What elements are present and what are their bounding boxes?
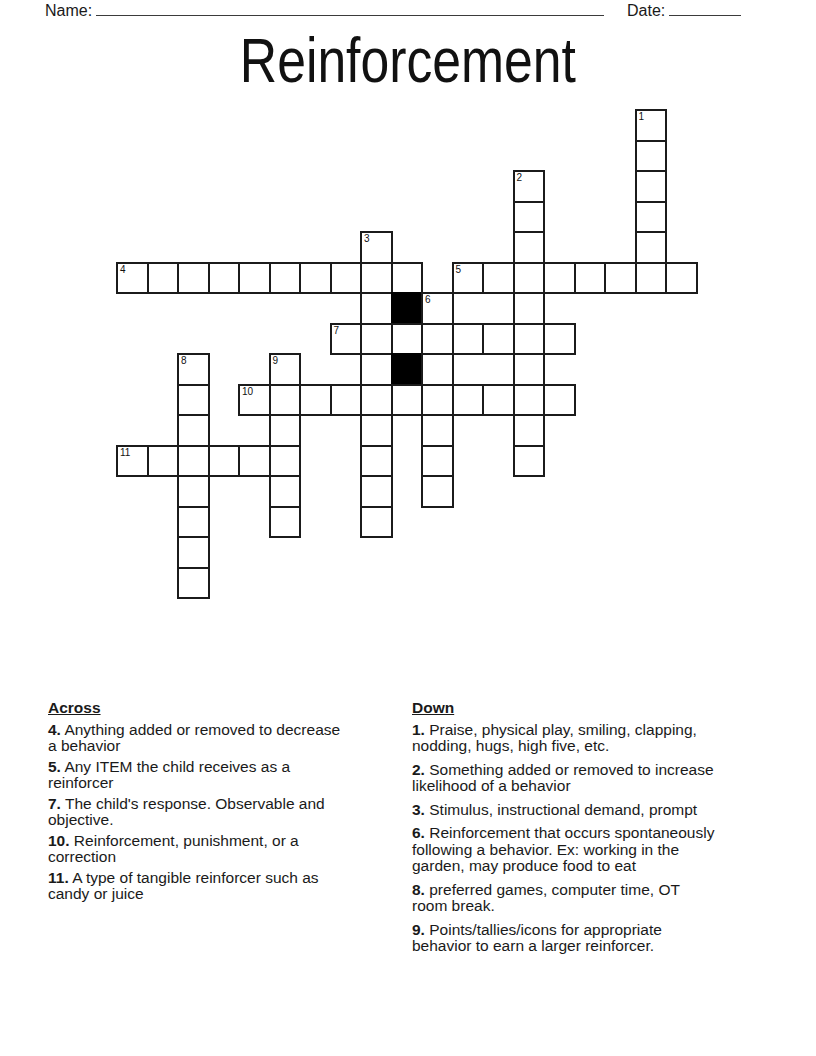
grid-cell[interactable]	[360, 292, 393, 325]
clue-down-2: 2. Something added or removed to increas…	[412, 762, 718, 795]
grid-cell[interactable]	[269, 262, 302, 295]
grid-cell[interactable]	[391, 262, 424, 295]
clue-number-8: 8	[181, 355, 187, 366]
clue-number-2: 2	[517, 172, 523, 183]
grid-cell[interactable]	[269, 475, 302, 508]
crossword-grid: 1234567891011	[117, 110, 698, 599]
grid-cell[interactable]	[513, 292, 546, 325]
clue-number-label: 9.	[412, 921, 425, 938]
clue-number-10: 10	[242, 386, 253, 397]
clue-number-label: 2.	[412, 761, 425, 778]
date-blank-line	[669, 1, 741, 16]
grid-cell[interactable]	[330, 384, 363, 417]
across-heading: Across	[48, 700, 348, 717]
grid-cell[interactable]	[543, 262, 576, 295]
clue-number-11: 11	[120, 447, 130, 458]
puzzle-title: Reinforcement	[240, 24, 576, 96]
grid-cell[interactable]	[360, 506, 393, 539]
date-field: Date:	[627, 1, 741, 20]
grid-cell[interactable]	[543, 384, 576, 417]
grid-cell[interactable]	[665, 262, 698, 295]
grid-cell[interactable]	[299, 262, 332, 295]
clue-number-label: 1.	[412, 721, 425, 738]
grid-cell[interactable]	[391, 384, 424, 417]
name-blank-line	[96, 1, 604, 16]
name-label: Name:	[45, 2, 92, 19]
grid-cell[interactable]	[360, 475, 393, 508]
grid-cell[interactable]	[543, 323, 576, 356]
clue-number-label: 8.	[412, 881, 425, 898]
clue-across-4: 4. Anything added or removed to decrease…	[48, 722, 348, 755]
clue-across-7: 7. The child's response. Observable and …	[48, 796, 348, 829]
down-heading: Down	[412, 700, 718, 717]
clue-number-label: 11.	[48, 869, 69, 886]
grid-cell[interactable]	[513, 445, 546, 478]
grid-cell[interactable]	[513, 323, 546, 356]
clue-number-label: 3.	[412, 801, 425, 818]
grid-cell[interactable]	[635, 201, 668, 234]
down-clues-section: Down 1. Praise, physical play, smiling, …	[412, 700, 718, 962]
grid-cell[interactable]	[513, 201, 546, 234]
grid-cell[interactable]	[635, 140, 668, 173]
grid-cell[interactable]	[421, 445, 454, 478]
grid-cell[interactable]	[360, 353, 393, 386]
grid-cell[interactable]	[269, 384, 302, 417]
black-cell	[391, 292, 424, 325]
name-field: Name:	[45, 1, 604, 20]
grid-cell[interactable]	[635, 170, 668, 203]
clue-down-6: 6. Reinforcement that occurs spontaneous…	[412, 825, 718, 875]
grid-cell[interactable]	[421, 323, 454, 356]
clue-number-7: 7	[334, 325, 340, 336]
grid-cell[interactable]	[238, 445, 271, 478]
grid-cell[interactable]	[513, 262, 546, 295]
grid-cell[interactable]	[360, 262, 393, 295]
grid-cell[interactable]	[482, 323, 515, 356]
worksheet-page: Name: Date: Reinforcement 1234567891011 …	[0, 0, 816, 1056]
grid-cell[interactable]	[208, 262, 241, 295]
clue-number-4: 4	[120, 264, 126, 275]
grid-cell[interactable]	[177, 262, 210, 295]
grid-cell[interactable]	[238, 262, 271, 295]
grid-cell[interactable]	[604, 262, 637, 295]
grid-cell[interactable]	[360, 323, 393, 356]
clue-number-label: 10.	[48, 832, 70, 849]
grid-cell[interactable]	[177, 536, 210, 569]
clue-number-label: 6.	[412, 824, 425, 841]
grid-cell[interactable]	[177, 475, 210, 508]
clue-number-label: 7.	[48, 795, 61, 812]
grid-cell[interactable]	[177, 567, 210, 600]
date-label: Date:	[627, 2, 665, 19]
clue-number-5: 5	[456, 264, 462, 275]
grid-cell[interactable]	[421, 475, 454, 508]
grid-cell[interactable]	[330, 262, 363, 295]
grid-cell[interactable]	[147, 445, 180, 478]
down-clue-list: 1. Praise, physical play, smiling, clapp…	[412, 722, 718, 955]
clue-number-1: 1	[639, 111, 645, 122]
grid-cell[interactable]	[635, 231, 668, 264]
clue-number-9: 9	[273, 355, 279, 366]
grid-cell[interactable]	[513, 353, 546, 386]
grid-cell[interactable]	[513, 384, 546, 417]
grid-cell[interactable]	[391, 323, 424, 356]
clue-number-3: 3	[364, 233, 370, 244]
grid-cell[interactable]	[513, 231, 546, 264]
across-clue-list: 4. Anything added or removed to decrease…	[48, 722, 348, 903]
grid-cell[interactable]	[177, 445, 210, 478]
grid-cell[interactable]	[421, 353, 454, 386]
grid-cell[interactable]	[421, 384, 454, 417]
clue-across-10: 10. Reinforcement, punishment, or a corr…	[48, 833, 348, 866]
grid-cell[interactable]	[299, 384, 332, 417]
grid-cell[interactable]	[482, 384, 515, 417]
grid-cell[interactable]	[177, 414, 210, 447]
grid-cell[interactable]	[177, 506, 210, 539]
clue-number-6: 6	[425, 294, 431, 305]
clue-across-5: 5. Any ITEM the child receives as a rein…	[48, 759, 348, 792]
grid-cell[interactable]	[482, 262, 515, 295]
title-block: Reinforcement	[0, 24, 816, 96]
grid-cell[interactable]	[421, 414, 454, 447]
grid-cell[interactable]	[452, 323, 485, 356]
grid-cell[interactable]	[452, 384, 485, 417]
grid-cell[interactable]	[360, 414, 393, 447]
grid-cell[interactable]	[269, 506, 302, 539]
across-clues-section: Across 4. Anything added or removed to d…	[48, 700, 348, 907]
clue-across-11: 11. A type of tangible reinforcer such a…	[48, 870, 348, 903]
grid-cell[interactable]	[177, 384, 210, 417]
clue-down-1: 1. Praise, physical play, smiling, clapp…	[412, 722, 718, 755]
grid-cell[interactable]	[635, 262, 668, 295]
clue-number-label: 4.	[48, 721, 61, 738]
grid-cell[interactable]	[574, 262, 607, 295]
grid-cell[interactable]	[147, 262, 180, 295]
grid-cell[interactable]	[208, 445, 241, 478]
black-cell	[391, 353, 424, 386]
grid-cell[interactable]	[513, 414, 546, 447]
grid-cell[interactable]	[360, 384, 393, 417]
clue-down-3: 3. Stimulus, instructional demand, promp…	[412, 802, 718, 819]
grid-cell[interactable]	[269, 414, 302, 447]
grid-cell[interactable]	[269, 445, 302, 478]
clue-number-label: 5.	[48, 758, 61, 775]
clue-down-8: 8. preferred games, computer time, OT ro…	[412, 882, 718, 915]
grid-cell[interactable]	[360, 445, 393, 478]
clue-down-9: 9. Points/tallies/icons for appropriate …	[412, 922, 718, 955]
